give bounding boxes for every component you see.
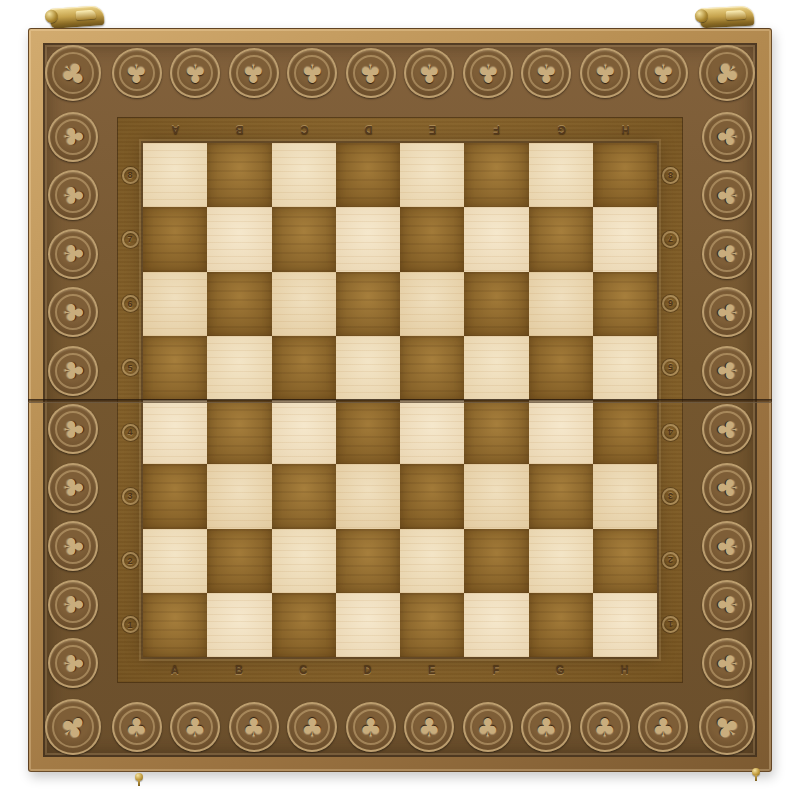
rank-label: 3: [117, 464, 143, 528]
board-square[interactable]: [143, 464, 207, 528]
board-square[interactable]: [529, 207, 593, 271]
trefoil-medallion-icon: ♣: [112, 702, 162, 752]
hinge-icon: [700, 6, 755, 29]
trefoil-medallion-icon: ♣: [48, 112, 98, 162]
trefoil-medallion-icon: ♣: [170, 702, 220, 752]
corner-rosette-icon: ♣: [43, 43, 103, 103]
rank-label: 8: [117, 143, 143, 207]
trefoil-medallion-icon: ♣: [346, 702, 396, 752]
trefoil-medallion-icon: ♣: [48, 521, 98, 571]
file-label: C: [272, 657, 336, 683]
board-square[interactable]: [464, 272, 528, 336]
corner-rosette-icon: ♣: [697, 697, 757, 757]
board-square[interactable]: [464, 529, 528, 593]
rank-label: 6: [117, 272, 143, 336]
file-labels-bottom: ABCDEFGH: [143, 657, 657, 683]
rank-label: 4: [117, 400, 143, 464]
trefoil-medallion-icon: ♣: [48, 638, 98, 688]
board-square[interactable]: [400, 400, 464, 464]
board-square[interactable]: [529, 336, 593, 400]
board-square[interactable]: [464, 207, 528, 271]
board-square[interactable]: [464, 400, 528, 464]
board-square[interactable]: [143, 272, 207, 336]
trefoil-medallion-icon: ♣: [521, 702, 571, 752]
board-square[interactable]: [336, 464, 400, 528]
board-square[interactable]: [272, 593, 336, 657]
board-square[interactable]: [400, 529, 464, 593]
board-square[interactable]: [593, 336, 657, 400]
board-square[interactable]: [464, 143, 528, 207]
board-square[interactable]: [529, 143, 593, 207]
fold-seam: [28, 399, 772, 403]
board-square[interactable]: [400, 143, 464, 207]
board-square[interactable]: [400, 464, 464, 528]
board-square[interactable]: [336, 400, 400, 464]
rank-label: 1: [657, 593, 683, 657]
board-square[interactable]: [272, 336, 336, 400]
board-square[interactable]: [336, 207, 400, 271]
trefoil-medallion-icon: ♣: [638, 702, 688, 752]
board-square[interactable]: [529, 593, 593, 657]
trefoil-medallion-icon: ♣: [48, 346, 98, 396]
trefoil-medallion-icon: ♣: [170, 48, 220, 98]
file-label: G: [529, 657, 593, 683]
board-square[interactable]: [464, 464, 528, 528]
board-square[interactable]: [207, 593, 271, 657]
trefoil-medallion-icon: ♣: [48, 170, 98, 220]
board-square[interactable]: [207, 207, 271, 271]
rank-label: 7: [657, 207, 683, 271]
file-label: F: [464, 657, 528, 683]
board-square[interactable]: [272, 143, 336, 207]
trefoil-medallion-icon: ♣: [580, 702, 630, 752]
chessboard-photo: ♣♣♣♣♣♣♣♣♣♣ ♣♣♣♣♣♣♣♣♣♣ ♣♣♣♣♣♣♣♣♣♣ ♣♣♣♣♣♣♣…: [0, 0, 800, 800]
board-square[interactable]: [207, 272, 271, 336]
file-label: D: [336, 117, 400, 143]
rank-label: 3: [657, 464, 683, 528]
board-square[interactable]: [593, 143, 657, 207]
board-square[interactable]: [207, 464, 271, 528]
trefoil-medallion-icon: ♣: [702, 580, 752, 630]
file-label: E: [400, 657, 464, 683]
board-square[interactable]: [593, 529, 657, 593]
trefoil-medallion-icon: ♣: [48, 463, 98, 513]
border-ornaments-bottom: ♣♣♣♣♣♣♣♣♣♣: [103, 697, 697, 757]
corner-rosette-icon: ♣: [697, 43, 757, 103]
board-square[interactable]: [272, 207, 336, 271]
rank-label: 4: [657, 400, 683, 464]
trefoil-medallion-icon: ♣: [702, 170, 752, 220]
trefoil-medallion-icon: ♣: [404, 48, 454, 98]
rank-label: 6: [657, 272, 683, 336]
trefoil-medallion-icon: ♣: [702, 287, 752, 337]
rank-label: 7: [117, 207, 143, 271]
trefoil-medallion-icon: ♣: [521, 48, 571, 98]
board-square[interactable]: [400, 336, 464, 400]
rank-label: 5: [117, 336, 143, 400]
board-square[interactable]: [593, 593, 657, 657]
board-square[interactable]: [400, 593, 464, 657]
board-square[interactable]: [464, 336, 528, 400]
trefoil-medallion-icon: ♣: [287, 48, 337, 98]
rank-label: 1: [117, 593, 143, 657]
trefoil-medallion-icon: ♣: [48, 580, 98, 630]
file-label: H: [593, 657, 657, 683]
trefoil-medallion-icon: ♣: [404, 702, 454, 752]
board-square[interactable]: [336, 529, 400, 593]
board-square[interactable]: [529, 464, 593, 528]
file-label: B: [207, 657, 271, 683]
board-square[interactable]: [400, 272, 464, 336]
trefoil-medallion-icon: ♣: [287, 702, 337, 752]
file-labels-top: ABCDEFGH: [143, 117, 657, 143]
trefoil-medallion-icon: ♣: [702, 638, 752, 688]
board-square[interactable]: [593, 207, 657, 271]
rank-label: 2: [117, 529, 143, 593]
board-square[interactable]: [143, 143, 207, 207]
board-square[interactable]: [207, 400, 271, 464]
rank-label: 5: [657, 336, 683, 400]
board-square[interactable]: [143, 207, 207, 271]
file-label: A: [143, 117, 207, 143]
trefoil-medallion-icon: ♣: [229, 702, 279, 752]
trefoil-medallion-icon: ♣: [463, 48, 513, 98]
board-square[interactable]: [529, 272, 593, 336]
trefoil-medallion-icon: ♣: [702, 404, 752, 454]
board-square[interactable]: [207, 336, 271, 400]
board-square[interactable]: [529, 400, 593, 464]
file-label: E: [400, 117, 464, 143]
board-square[interactable]: [272, 464, 336, 528]
board-square[interactable]: [272, 400, 336, 464]
latch-pin-icon: [135, 773, 143, 781]
trefoil-medallion-icon: ♣: [229, 48, 279, 98]
rank-label: 8: [657, 143, 683, 207]
board-square[interactable]: [593, 400, 657, 464]
board-square[interactable]: [336, 593, 400, 657]
board-square[interactable]: [464, 593, 528, 657]
trefoil-medallion-icon: ♣: [48, 287, 98, 337]
border-ornaments-top: ♣♣♣♣♣♣♣♣♣♣: [103, 43, 697, 103]
chess-box: ♣♣♣♣♣♣♣♣♣♣ ♣♣♣♣♣♣♣♣♣♣ ♣♣♣♣♣♣♣♣♣♣ ♣♣♣♣♣♣♣…: [28, 28, 772, 772]
trefoil-medallion-icon: ♣: [702, 112, 752, 162]
file-label: G: [529, 117, 593, 143]
board-square[interactable]: [336, 336, 400, 400]
trefoil-medallion-icon: ♣: [702, 463, 752, 513]
trefoil-medallion-icon: ♣: [48, 229, 98, 279]
board-square[interactable]: [143, 400, 207, 464]
hinge-icon: [49, 5, 104, 29]
trefoil-medallion-icon: ♣: [638, 48, 688, 98]
board-square[interactable]: [207, 143, 271, 207]
file-label: H: [593, 117, 657, 143]
rank-label: 2: [657, 529, 683, 593]
board-square[interactable]: [336, 272, 400, 336]
file-label: C: [272, 117, 336, 143]
trefoil-medallion-icon: ♣: [463, 702, 513, 752]
trefoil-medallion-icon: ♣: [580, 48, 630, 98]
trefoil-medallion-icon: ♣: [48, 404, 98, 454]
trefoil-medallion-icon: ♣: [702, 521, 752, 571]
file-label: F: [464, 117, 528, 143]
board-square[interactable]: [400, 207, 464, 271]
board-square[interactable]: [529, 529, 593, 593]
file-label: B: [207, 117, 271, 143]
trefoil-medallion-icon: ♣: [346, 48, 396, 98]
board-square[interactable]: [593, 464, 657, 528]
board-square[interactable]: [143, 529, 207, 593]
file-label: A: [143, 657, 207, 683]
board-square[interactable]: [143, 593, 207, 657]
board-square[interactable]: [336, 143, 400, 207]
latch-pin-icon: [752, 768, 760, 776]
board-square[interactable]: [207, 529, 271, 593]
file-label: D: [336, 657, 400, 683]
board-square[interactable]: [143, 336, 207, 400]
board-square[interactable]: [272, 529, 336, 593]
trefoil-medallion-icon: ♣: [702, 229, 752, 279]
corner-rosette-icon: ♣: [43, 697, 103, 757]
trefoil-medallion-icon: ♣: [112, 48, 162, 98]
trefoil-medallion-icon: ♣: [702, 346, 752, 396]
board-square[interactable]: [593, 272, 657, 336]
board-square[interactable]: [272, 272, 336, 336]
